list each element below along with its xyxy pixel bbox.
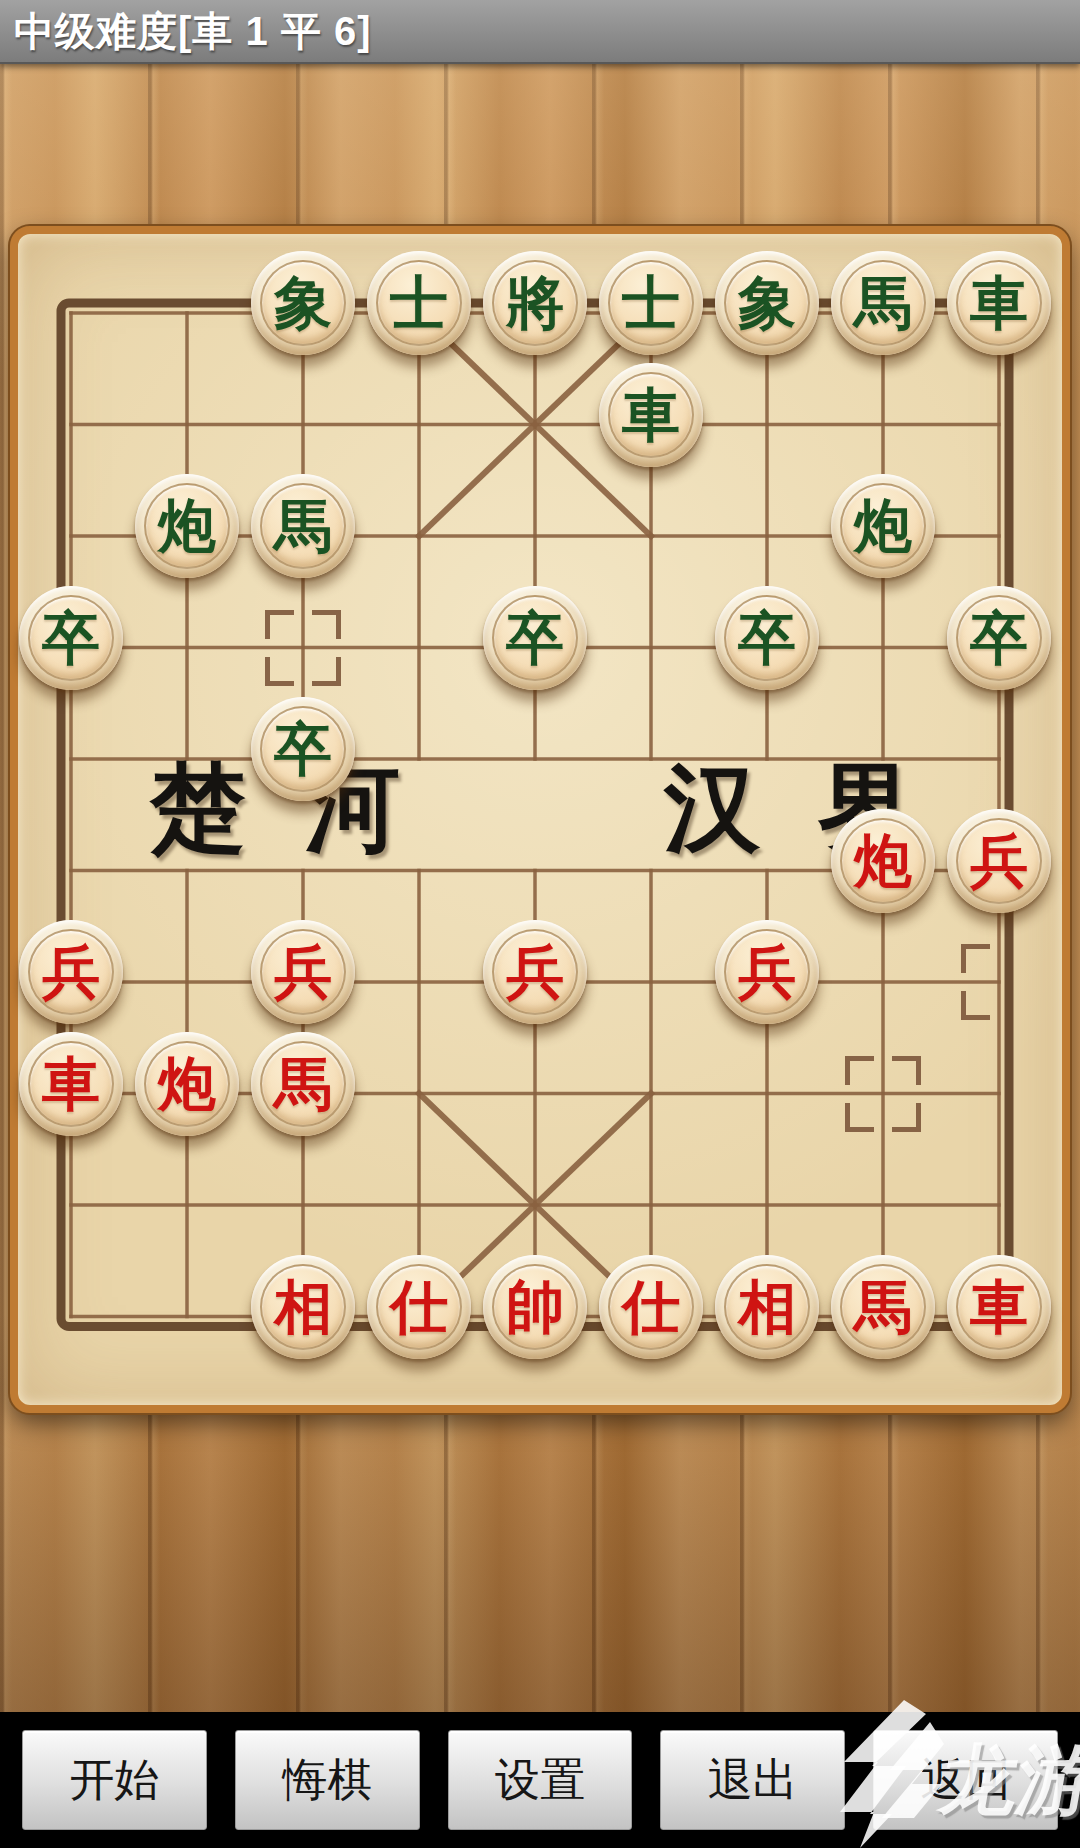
- piece-glyph: 車: [42, 1055, 100, 1113]
- piece-glyph: 炮: [158, 1055, 216, 1113]
- marker-corner: [265, 610, 294, 639]
- piece-black-soldier[interactable]: 卒: [947, 586, 1051, 690]
- piece-glyph: 士: [390, 274, 448, 332]
- piece-glyph: 炮: [158, 497, 216, 555]
- piece-black-soldier[interactable]: 卒: [19, 586, 123, 690]
- piece-red-cannon[interactable]: 炮: [135, 1032, 239, 1136]
- undo-button[interactable]: 悔棋: [235, 1730, 420, 1830]
- piece-red-soldier[interactable]: 兵: [483, 920, 587, 1024]
- piece-glyph: 炮: [854, 497, 912, 555]
- marker-corner: [312, 610, 341, 639]
- marker-corner: [845, 1056, 874, 1085]
- piece-glyph: 仕: [622, 1278, 680, 1336]
- start-button[interactable]: 开始: [22, 1730, 207, 1830]
- title-bar: 中级难度[車 1 平 6]: [0, 0, 1080, 64]
- piece-red-horse[interactable]: 馬: [831, 1255, 935, 1359]
- exit-button[interactable]: 退出: [660, 1730, 845, 1830]
- piece-red-horse[interactable]: 馬: [251, 1032, 355, 1136]
- piece-glyph: 兵: [970, 832, 1028, 890]
- piece-glyph: 車: [970, 1278, 1028, 1336]
- piece-glyph: 將: [506, 274, 564, 332]
- piece-red-chariot[interactable]: 車: [947, 1255, 1051, 1359]
- piece-black-advisor[interactable]: 士: [599, 251, 703, 355]
- app-screen: 中级难度[車 1 平 6] 楚河 汉界 象士將士象馬車車炮馬炮卒卒卒卒卒炮兵兵兵…: [0, 0, 1080, 1848]
- bottom-toolbar: 开始悔棋设置退出返回: [0, 1712, 1080, 1848]
- piece-glyph: 士: [622, 274, 680, 332]
- piece-glyph: 卒: [970, 609, 1028, 667]
- piece-black-chariot[interactable]: 車: [947, 251, 1051, 355]
- piece-glyph: 卒: [42, 609, 100, 667]
- piece-red-elephant[interactable]: 相: [715, 1255, 819, 1359]
- piece-glyph: 馬: [854, 1278, 912, 1336]
- piece-glyph: 相: [738, 1278, 796, 1336]
- piece-black-cannon[interactable]: 炮: [831, 474, 935, 578]
- piece-black-cannon[interactable]: 炮: [135, 474, 239, 578]
- piece-glyph: 卒: [506, 609, 564, 667]
- marker-corner: [961, 944, 990, 973]
- marker-corner: [265, 657, 294, 686]
- piece-glyph: 兵: [738, 943, 796, 1001]
- settings-button[interactable]: 设置: [448, 1730, 633, 1830]
- piece-black-chariot[interactable]: 車: [599, 363, 703, 467]
- piece-red-soldier[interactable]: 兵: [947, 809, 1051, 913]
- piece-glyph: 車: [970, 274, 1028, 332]
- piece-red-cannon[interactable]: 炮: [831, 809, 935, 913]
- piece-black-soldier[interactable]: 卒: [483, 586, 587, 690]
- piece-red-soldier[interactable]: 兵: [19, 920, 123, 1024]
- piece-red-elephant[interactable]: 相: [251, 1255, 355, 1359]
- piece-glyph: 馬: [854, 274, 912, 332]
- piece-red-soldier[interactable]: 兵: [715, 920, 819, 1024]
- marker-corner: [892, 1103, 921, 1132]
- piece-glyph: 象: [738, 274, 796, 332]
- piece-glyph: 象: [274, 274, 332, 332]
- piece-glyph: 卒: [738, 609, 796, 667]
- marker-corner: [961, 991, 990, 1020]
- marker-corner: [845, 1103, 874, 1132]
- marker-corner: [312, 657, 341, 686]
- piece-red-advisor[interactable]: 仕: [599, 1255, 703, 1359]
- marker-corner: [892, 1056, 921, 1085]
- piece-glyph: 馬: [274, 497, 332, 555]
- piece-glyph: 兵: [42, 943, 100, 1001]
- point-marker: [961, 944, 1037, 1020]
- piece-glyph: 兵: [506, 943, 564, 1001]
- piece-glyph: 車: [622, 386, 680, 444]
- piece-black-soldier[interactable]: 卒: [715, 586, 819, 690]
- piece-glyph: 兵: [274, 943, 332, 1001]
- piece-glyph: 卒: [274, 720, 332, 778]
- piece-glyph: 帥: [506, 1278, 564, 1336]
- piece-black-horse[interactable]: 馬: [251, 474, 355, 578]
- back-button[interactable]: 返回: [873, 1730, 1058, 1830]
- piece-black-general[interactable]: 將: [483, 251, 587, 355]
- point-marker: [845, 1056, 921, 1132]
- piece-black-advisor[interactable]: 士: [367, 251, 471, 355]
- page-title: 中级难度[車 1 平 6]: [14, 4, 371, 59]
- piece-glyph: 仕: [390, 1278, 448, 1336]
- piece-glyph: 馬: [274, 1055, 332, 1113]
- piece-red-general[interactable]: 帥: [483, 1255, 587, 1359]
- piece-glyph: 相: [274, 1278, 332, 1336]
- piece-black-elephant[interactable]: 象: [715, 251, 819, 355]
- piece-red-soldier[interactable]: 兵: [251, 920, 355, 1024]
- piece-black-soldier[interactable]: 卒: [251, 697, 355, 801]
- piece-red-advisor[interactable]: 仕: [367, 1255, 471, 1359]
- piece-black-horse[interactable]: 馬: [831, 251, 935, 355]
- point-marker: [265, 610, 341, 686]
- piece-red-chariot[interactable]: 車: [19, 1032, 123, 1136]
- piece-glyph: 炮: [854, 832, 912, 890]
- piece-black-elephant[interactable]: 象: [251, 251, 355, 355]
